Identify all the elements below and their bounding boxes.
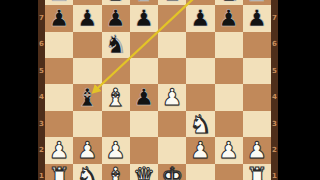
square-d5	[130, 58, 158, 84]
square-b5	[73, 58, 101, 84]
square-e2	[158, 137, 186, 163]
white-queen-d1: ♛	[133, 164, 155, 180]
square-a1: ♜	[45, 164, 73, 180]
rank-label-left-1: 1	[38, 172, 45, 180]
rank-label-right-1: 1	[271, 172, 278, 180]
square-c4: ♝	[102, 84, 130, 110]
video-frame[interactable]: ♜♝♛♚♞♜♟♟♟♟♟♟♟♞♝♝♟♟♞♟♟♟♟♟♟♜♞♝♛♚♜ 87654321…	[0, 0, 320, 180]
square-e6	[158, 32, 186, 58]
rank-label-right-6: 6	[271, 40, 278, 49]
square-f6	[186, 32, 214, 58]
black-pawn-b7: ♟	[77, 7, 98, 30]
square-f7: ♟	[186, 5, 214, 31]
pillarbox-left	[0, 0, 38, 180]
square-a7: ♟	[45, 5, 73, 31]
square-c7: ♟	[102, 5, 130, 31]
black-pawn-d7: ♟	[134, 7, 155, 30]
square-h7: ♟	[243, 5, 271, 31]
rank-label-right-2: 2	[271, 146, 278, 155]
square-a4	[45, 84, 73, 110]
square-g3	[215, 111, 243, 137]
square-a2: ♟	[45, 137, 73, 163]
black-rook-h8: ♜	[246, 0, 268, 5]
square-d4: ♟	[130, 84, 158, 110]
square-b4: ♝	[73, 84, 101, 110]
rank-label-left-3: 3	[38, 120, 45, 129]
chess-board: ♜♝♛♚♞♜♟♟♟♟♟♟♟♞♝♝♟♟♞♟♟♟♟♟♟♜♞♝♛♚♜	[45, 0, 271, 180]
square-c3	[102, 111, 130, 137]
rank-label-left-6: 6	[38, 40, 45, 49]
square-h6	[243, 32, 271, 58]
square-g6	[215, 32, 243, 58]
square-b3	[73, 111, 101, 137]
square-d1: ♛	[130, 164, 158, 180]
square-f3: ♞	[186, 111, 214, 137]
square-g7: ♟	[215, 5, 243, 31]
rank-label-left-4: 4	[38, 93, 45, 102]
rank-label-right-7: 7	[271, 14, 278, 23]
rank-label-right-3: 3	[271, 120, 278, 129]
square-g1	[215, 164, 243, 180]
square-d7: ♟	[130, 5, 158, 31]
black-pawn-h7: ♟	[247, 7, 268, 30]
white-knight-b1: ♞	[76, 164, 98, 180]
square-c2: ♟	[102, 137, 130, 163]
square-e3	[158, 111, 186, 137]
white-knight-f3: ♞	[189, 112, 211, 137]
square-h1: ♜	[243, 164, 271, 180]
rank-label-right-5: 5	[271, 67, 278, 76]
square-g2: ♟	[215, 137, 243, 163]
white-king-e1: ♚	[161, 164, 183, 180]
rank-label-left-7: 7	[38, 14, 45, 23]
square-c1: ♝	[102, 164, 130, 180]
square-d6	[130, 32, 158, 58]
white-pawn-h2: ♟	[247, 139, 268, 162]
square-e7	[158, 5, 186, 31]
white-bishop-c1: ♝	[104, 164, 126, 180]
white-pawn-g2: ♟	[218, 139, 239, 162]
white-pawn-f2: ♟	[190, 139, 211, 162]
white-pawn-c2: ♟	[105, 139, 126, 162]
black-pawn-c7: ♟	[105, 7, 126, 30]
square-d3	[130, 111, 158, 137]
square-h5	[243, 58, 271, 84]
black-king-e8: ♚	[161, 0, 183, 5]
square-c6: ♞	[102, 32, 130, 58]
square-h2: ♟	[243, 137, 271, 163]
square-b6	[73, 32, 101, 58]
square-a5	[45, 58, 73, 84]
black-pawn-g7: ♟	[218, 7, 239, 30]
square-h4	[243, 84, 271, 110]
black-knight-g8: ♞	[217, 0, 239, 5]
square-h3	[243, 111, 271, 137]
white-rook-a1: ♜	[48, 164, 70, 180]
black-rook-a8: ♜	[48, 0, 70, 5]
square-g4	[215, 84, 243, 110]
square-f1	[186, 164, 214, 180]
white-bishop-c4: ♝	[104, 85, 126, 110]
square-b2: ♟	[73, 137, 101, 163]
square-f2: ♟	[186, 137, 214, 163]
black-pawn-d4: ♟	[134, 86, 155, 109]
rank-label-left-2: 2	[38, 146, 45, 155]
rank-labels-left: 87654321	[38, 0, 45, 180]
rank-labels-right: 87654321	[271, 0, 278, 180]
black-queen-d8: ♛	[133, 0, 155, 5]
pillarbox-right	[278, 0, 320, 180]
black-bishop-c8: ♝	[104, 0, 126, 5]
square-c5	[102, 58, 130, 84]
square-b1: ♞	[73, 164, 101, 180]
black-pawn-a7: ♟	[49, 7, 70, 30]
square-a3	[45, 111, 73, 137]
black-bishop-b4: ♝	[76, 85, 98, 110]
square-a6	[45, 32, 73, 58]
square-g5	[215, 58, 243, 84]
white-pawn-a2: ♟	[49, 139, 70, 162]
rank-label-right-4: 4	[271, 93, 278, 102]
white-pawn-b2: ♟	[77, 139, 98, 162]
square-e5	[158, 58, 186, 84]
square-e1: ♚	[158, 164, 186, 180]
black-knight-c6: ♞	[104, 32, 126, 57]
black-pawn-f7: ♟	[190, 7, 211, 30]
square-e4: ♟	[158, 84, 186, 110]
rank-label-left-5: 5	[38, 67, 45, 76]
square-d2	[130, 137, 158, 163]
square-f4	[186, 84, 214, 110]
square-f5	[186, 58, 214, 84]
white-rook-h1: ♜	[246, 164, 268, 180]
square-b7: ♟	[73, 5, 101, 31]
white-pawn-e4: ♟	[162, 86, 183, 109]
